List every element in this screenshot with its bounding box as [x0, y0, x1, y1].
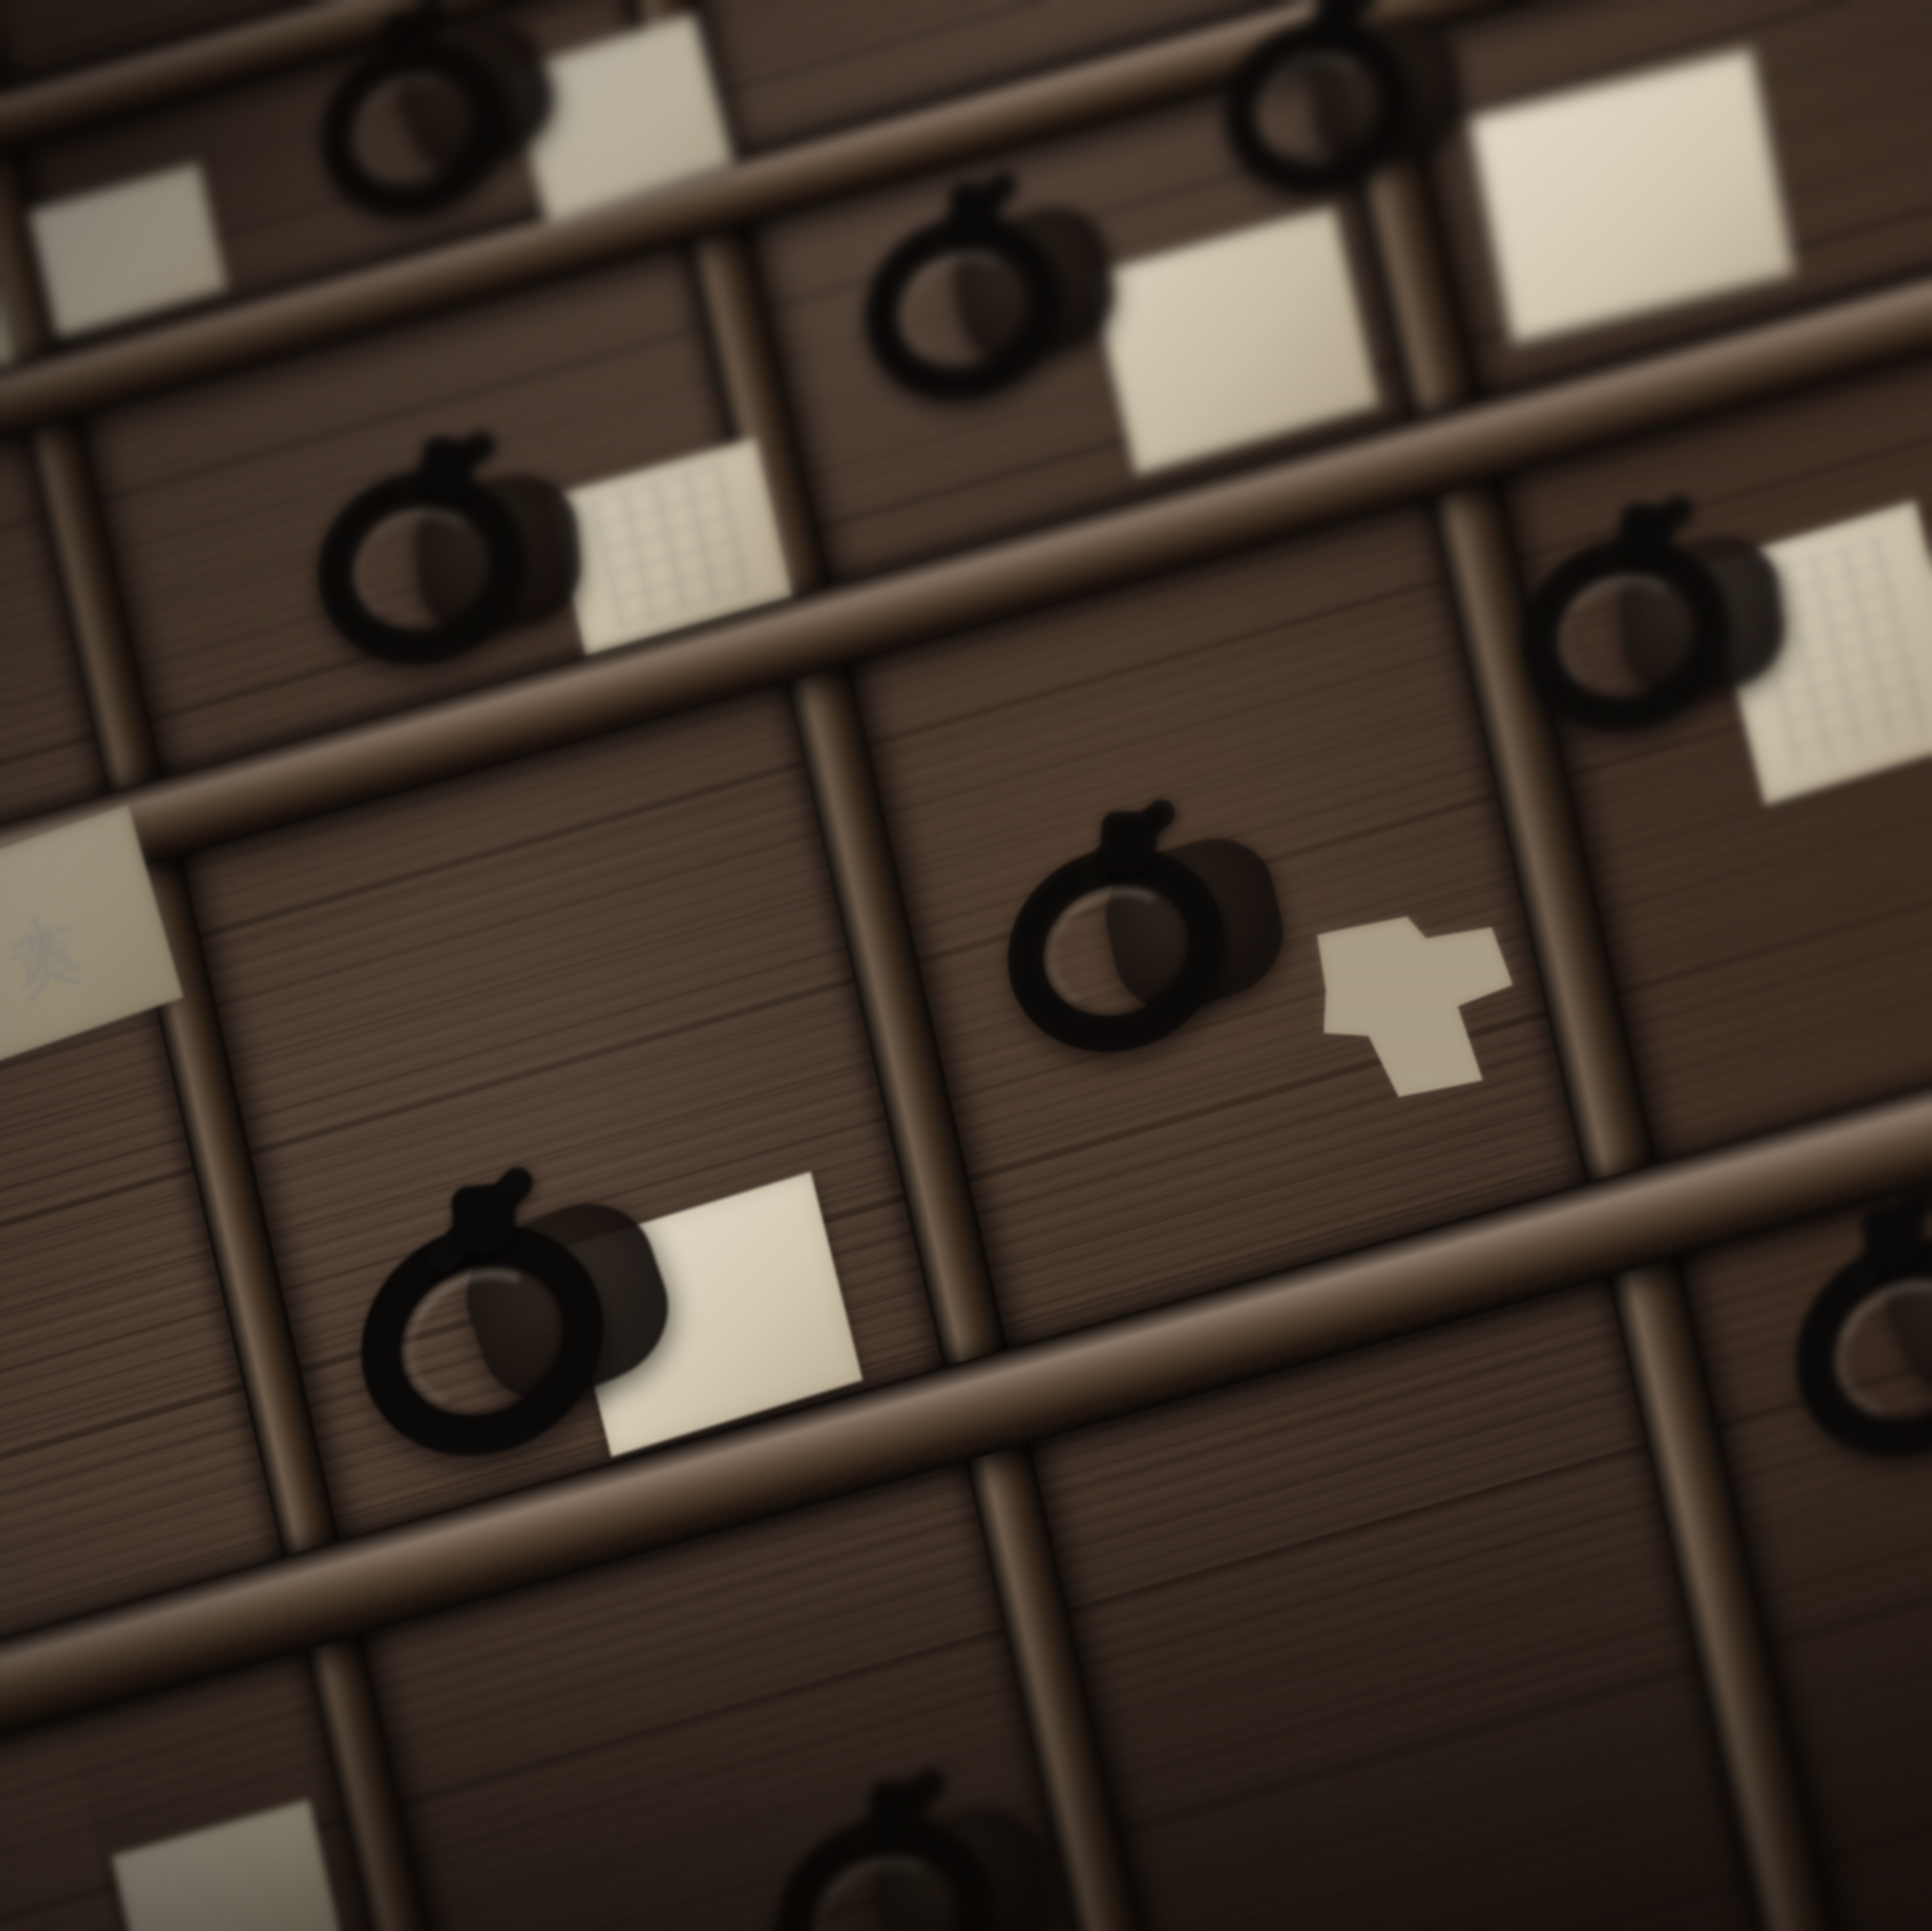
- paper-label-4: [1090, 205, 1379, 475]
- photograph: 大黄: [0, 0, 1932, 1931]
- ring-pull-8: [1759, 1198, 1932, 1499]
- paper-label-8: [1302, 885, 1532, 1121]
- ring-pull-6: [1509, 520, 1741, 750]
- ring-pull-7: [330, 1187, 635, 1493]
- apothecary-cabinet: 大黄: [0, 0, 1932, 1931]
- ring-pull-2: [847, 193, 1080, 425]
- ring-pull-3: [1215, 6, 1421, 210]
- ring-pull-5: [988, 822, 1245, 1079]
- ring-pull-4: [309, 458, 533, 679]
- paper-label-5: [1469, 49, 1795, 345]
- paper-label-10: [112, 1799, 346, 1931]
- herb-label-text: 大黄: [0, 844, 72, 901]
- ring-pull-9: [757, 1792, 1014, 1931]
